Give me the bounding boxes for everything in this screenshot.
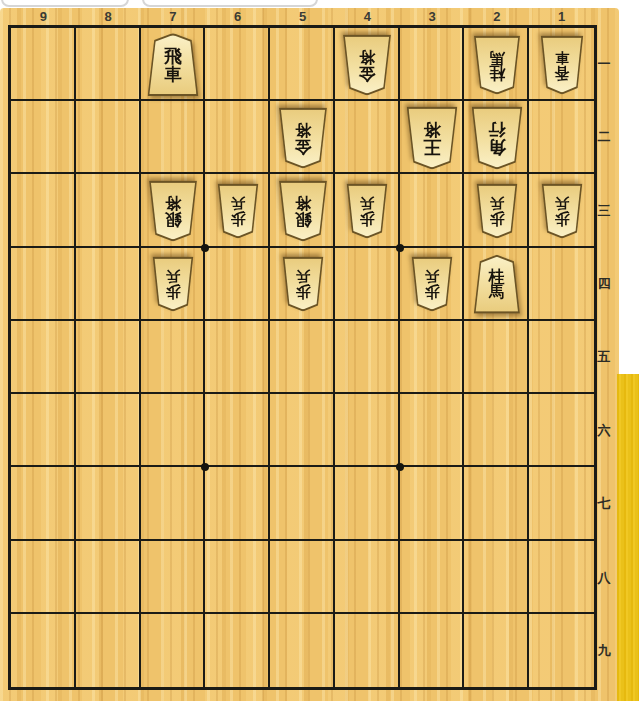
right-margin-white: [619, 0, 639, 375]
piece-gote-pawn[interactable]: 歩兵: [475, 184, 519, 239]
piece-gote-silver[interactable]: 銀将: [277, 181, 329, 242]
piece-kanji: 兵: [166, 269, 180, 283]
board-cell-8九[interactable]: [76, 614, 141, 687]
board-cell-1四[interactable]: [529, 248, 594, 321]
piece-kanji: 歩: [554, 211, 569, 226]
board-cell-6九[interactable]: [205, 614, 270, 687]
piece-gote-knight[interactable]: 桂馬: [472, 35, 522, 94]
rank-label-2: 二: [591, 100, 617, 173]
piece-kanji: 兵: [360, 196, 374, 210]
piece-kanji: 兵: [296, 269, 310, 283]
shogi-app-screen: 987654321 飛車金将桂馬香車金将王将角行銀将歩兵銀将歩兵歩兵歩兵歩兵歩兵…: [0, 0, 639, 701]
board-cell-7六[interactable]: [141, 394, 206, 467]
piece-kanji: 車: [555, 50, 569, 64]
piece-kanji: 車: [164, 65, 181, 82]
file-label-7: 7: [141, 9, 206, 24]
file-coordinate-labels: 987654321: [11, 9, 594, 24]
rank-label-4: 四: [591, 247, 617, 320]
file-label-8: 8: [76, 9, 141, 24]
board-cell-7二[interactable]: [141, 101, 206, 174]
piece-gote-lance[interactable]: 香車: [539, 35, 585, 94]
shogi-board: 987654321 飛車金将桂馬香車金将王将角行銀将歩兵銀将歩兵歩兵歩兵歩兵歩兵…: [0, 8, 619, 701]
board-cell-1九[interactable]: [529, 614, 594, 687]
board-cell-7九[interactable]: [141, 614, 206, 687]
rank-label-1: 一: [591, 27, 617, 100]
piece-gote-pawn[interactable]: 歩兵: [151, 257, 195, 312]
piece-kanji: 将: [165, 194, 181, 210]
file-label-3: 3: [400, 9, 465, 24]
board-cell-7五[interactable]: [141, 321, 206, 394]
board-cell-9六[interactable]: [11, 394, 76, 467]
rank-label-6: 六: [591, 394, 617, 467]
board-cell-3七[interactable]: [400, 467, 465, 540]
board-cell-1八[interactable]: [529, 541, 594, 614]
piece-kanji: 歩: [360, 211, 375, 226]
piece-gote-king[interactable]: 王将: [405, 106, 460, 169]
board-cell-4二[interactable]: [335, 101, 400, 174]
board-cell-3三[interactable]: [400, 174, 465, 247]
piece-kanji: 兵: [490, 196, 504, 210]
piece-kanji: 歩: [165, 284, 180, 299]
piece-kanji: 香: [554, 64, 569, 79]
piece-kanji: 金: [359, 64, 376, 81]
board-cell-1七[interactable]: [529, 467, 594, 540]
board-cell-3八[interactable]: [400, 541, 465, 614]
board-cell-9五[interactable]: [11, 321, 76, 394]
board-cell-5九[interactable]: [270, 614, 335, 687]
piece-gote-pawn[interactable]: 歩兵: [216, 184, 260, 239]
board-cell-4八[interactable]: [335, 541, 400, 614]
board-cell-2七[interactable]: [464, 467, 529, 540]
board-cell-8五[interactable]: [76, 321, 141, 394]
piece-kanji: 歩: [489, 211, 504, 226]
board-cell-7八[interactable]: [141, 541, 206, 614]
board-cell-6四[interactable]: [205, 248, 270, 321]
piece-kanji: 銀: [294, 211, 311, 228]
board-cell-6六[interactable]: [205, 394, 270, 467]
board-cell-5一[interactable]: [270, 28, 335, 101]
board-cell-8六[interactable]: [76, 394, 141, 467]
board-cell-9二[interactable]: [11, 101, 76, 174]
piece-kanji: 桂: [489, 64, 505, 80]
piece-gote-pawn[interactable]: 歩兵: [345, 184, 389, 239]
piece-kanji: 将: [295, 121, 311, 137]
board-cell-8二[interactable]: [76, 101, 141, 174]
board-cell-7七[interactable]: [141, 467, 206, 540]
board-cell-9九[interactable]: [11, 614, 76, 687]
board-cell-9四[interactable]: [11, 248, 76, 321]
board-cell-9八[interactable]: [11, 541, 76, 614]
star-point: [201, 463, 209, 471]
rank-label-9: 九: [591, 615, 617, 688]
board-cell-8四[interactable]: [76, 248, 141, 321]
file-label-5: 5: [270, 9, 335, 24]
star-point: [396, 463, 404, 471]
piece-kanji: 兵: [555, 196, 569, 210]
board-cell-5六[interactable]: [270, 394, 335, 467]
board-cell-2八[interactable]: [464, 541, 529, 614]
board-cell-1二[interactable]: [529, 101, 594, 174]
board-cell-1五[interactable]: [529, 321, 594, 394]
rank-label-3: 三: [591, 174, 617, 247]
board-cell-3九[interactable]: [400, 614, 465, 687]
piece-kanji: 行: [488, 120, 505, 137]
board-cell-8七[interactable]: [76, 467, 141, 540]
piece-gote-gold[interactable]: 金将: [277, 107, 329, 168]
toolbar-tab-right[interactable]: [142, 0, 318, 7]
board-cell-6一[interactable]: [205, 28, 270, 101]
toolbar-tab-left[interactable]: [1, 0, 129, 7]
piece-gote-bishop[interactable]: 角行: [469, 106, 524, 169]
board-cell-2六[interactable]: [464, 394, 529, 467]
file-label-6: 6: [205, 9, 270, 24]
file-label-2: 2: [464, 9, 529, 24]
board-cell-5八[interactable]: [270, 541, 335, 614]
piece-kanji: 歩: [230, 211, 245, 226]
board-cell-3六[interactable]: [400, 394, 465, 467]
piece-kanji: 将: [359, 48, 375, 64]
piece-gote-pawn[interactable]: 歩兵: [281, 257, 325, 312]
board-cell-2九[interactable]: [464, 614, 529, 687]
board-cell-4七[interactable]: [335, 467, 400, 540]
board-cell-9七[interactable]: [11, 467, 76, 540]
piece-gote-silver[interactable]: 銀将: [147, 181, 199, 242]
yellow-side-strip: [617, 374, 639, 701]
piece-gote-pawn[interactable]: 歩兵: [410, 257, 454, 312]
piece-kanji: 歩: [425, 284, 440, 299]
piece-kanji: 銀: [164, 211, 181, 228]
board-cell-9三[interactable]: [11, 174, 76, 247]
rank-label-8: 八: [591, 541, 617, 614]
board-cell-5七[interactable]: [270, 467, 335, 540]
board-cell-5五[interactable]: [270, 321, 335, 394]
piece-kanji: 兵: [231, 196, 245, 210]
piece-kanji: 将: [295, 194, 311, 210]
board-cell-1六[interactable]: [529, 394, 594, 467]
rank-coordinate-labels: 一二三四五六七八九: [591, 27, 617, 688]
board-cell-8一[interactable]: [76, 28, 141, 101]
piece-sente-knight[interactable]: 桂馬: [472, 255, 522, 314]
star-point: [201, 244, 209, 252]
board-cell-8三[interactable]: [76, 174, 141, 247]
piece-kanji: 王: [423, 137, 441, 155]
file-label-4: 4: [335, 9, 400, 24]
piece-kanji: 馬: [489, 49, 504, 64]
star-point: [396, 244, 404, 252]
board-cell-6八[interactable]: [205, 541, 270, 614]
piece-kanji: 歩: [295, 284, 310, 299]
board-cell-4四[interactable]: [335, 248, 400, 321]
board-cell-3一[interactable]: [400, 28, 465, 101]
board-cell-6五[interactable]: [205, 321, 270, 394]
board-cell-4九[interactable]: [335, 614, 400, 687]
board-cell-6七[interactable]: [205, 467, 270, 540]
piece-kanji: 馬: [489, 285, 504, 300]
piece-sente-rook[interactable]: 飛車: [145, 33, 200, 96]
board-cell-4五[interactable]: [335, 321, 400, 394]
rank-label-5: 五: [591, 321, 617, 394]
piece-kanji: 角: [488, 137, 506, 155]
board-grid: 飛車金将桂馬香車金将王将角行銀将歩兵銀将歩兵歩兵歩兵歩兵歩兵歩兵桂馬: [8, 25, 597, 690]
board-cell-4六[interactable]: [335, 394, 400, 467]
piece-gote-gold[interactable]: 金将: [341, 34, 393, 95]
piece-gote-pawn[interactable]: 歩兵: [540, 184, 584, 239]
rank-label-7: 七: [591, 468, 617, 541]
file-label-9: 9: [11, 9, 76, 24]
board-cell-2五[interactable]: [464, 321, 529, 394]
file-label-1: 1: [529, 9, 594, 24]
board-cell-6二[interactable]: [205, 101, 270, 174]
board-cell-9一[interactable]: [11, 28, 76, 101]
piece-kanji: 金: [294, 137, 311, 154]
board-cell-3五[interactable]: [400, 321, 465, 394]
board-cell-8八[interactable]: [76, 541, 141, 614]
piece-kanji: 兵: [425, 269, 439, 283]
piece-kanji: 将: [424, 120, 441, 137]
